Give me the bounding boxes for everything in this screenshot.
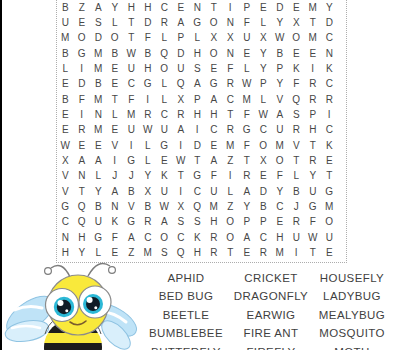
word-search-grid: BZAYHHCENTIPEDEMYUESLTDRAGONFLYXTDMODOTF… (57, 0, 338, 261)
grid-cell[interactable]: L (90, 169, 107, 184)
grid-cell[interactable]: I (222, 0, 239, 15)
grid-cell[interactable]: T (305, 246, 322, 261)
grid-cell[interactable]: R (305, 77, 322, 92)
grid-cell[interactable]: F (140, 31, 157, 46)
grid-cell[interactable]: T (321, 169, 338, 184)
grid-cell[interactable]: T (173, 169, 190, 184)
grid-cell[interactable]: R (206, 230, 223, 245)
grid-cell[interactable]: S (288, 107, 305, 122)
grid-cell[interactable]: T (288, 153, 305, 168)
grid-cell[interactable]: A (90, 0, 107, 15)
grid-cell[interactable]: M (206, 199, 223, 214)
grid-cell[interactable]: R (222, 77, 239, 92)
grid-cell[interactable]: Y (239, 199, 256, 214)
grid-cell[interactable]: S (189, 61, 206, 76)
grid-cell[interactable]: N (90, 107, 107, 122)
grid-cell[interactable]: O (74, 31, 91, 46)
grid-cell[interactable]: I (222, 169, 239, 184)
grid-cell[interactable]: H (206, 107, 223, 122)
grid-cell[interactable]: A (74, 153, 91, 168)
grid-cell[interactable]: V (107, 138, 124, 153)
grid-cell[interactable]: P (239, 215, 256, 230)
grid-cell[interactable]: N (189, 0, 206, 15)
grid-cell[interactable]: A (90, 153, 107, 168)
grid-cell[interactable]: L (255, 92, 272, 107)
grid-cell[interactable]: E (288, 46, 305, 61)
grid-cell[interactable]: U (57, 15, 74, 30)
grid-cell[interactable]: B (140, 46, 157, 61)
grid-cell[interactable]: H (189, 107, 206, 122)
grid-cell[interactable]: N (107, 199, 124, 214)
grid-cell[interactable]: T (74, 184, 91, 199)
grid-cell[interactable]: A (206, 153, 223, 168)
grid-cell[interactable]: X (222, 31, 239, 46)
grid-cell[interactable]: R (222, 123, 239, 138)
grid-cell[interactable]: R (239, 169, 256, 184)
grid-cell[interactable]: E (255, 169, 272, 184)
grid-cell[interactable]: L (288, 169, 305, 184)
grid-cell[interactable]: P (305, 107, 322, 122)
grid-cell[interactable]: B (288, 184, 305, 199)
grid-cell[interactable]: H (74, 230, 91, 245)
grid-cell[interactable]: W (272, 31, 289, 46)
grid-cell[interactable]: A (123, 230, 140, 245)
grid-cell[interactable]: B (255, 199, 272, 214)
grid-cell[interactable]: C (321, 31, 338, 46)
grid-cell[interactable]: R (305, 153, 322, 168)
grid-cell[interactable]: T (222, 107, 239, 122)
grid-cell[interactable]: Q (74, 215, 91, 230)
grid-cell[interactable]: P (255, 77, 272, 92)
grid-cell[interactable]: F (222, 61, 239, 76)
grid-cell[interactable]: T (189, 153, 206, 168)
grid-cell[interactable]: K (321, 138, 338, 153)
grid-cell[interactable]: O (255, 138, 272, 153)
grid-cell[interactable]: Y (321, 0, 338, 15)
grid-cell[interactable]: O (222, 230, 239, 245)
grid-cell[interactable]: L (140, 153, 157, 168)
grid-cell[interactable]: T (206, 0, 223, 15)
grid-cell[interactable]: J (107, 169, 124, 184)
grid-cell[interactable]: W (239, 77, 256, 92)
grid-cell[interactable]: B (57, 92, 74, 107)
grid-cell[interactable]: F (239, 107, 256, 122)
grid-cell[interactable]: E (272, 215, 289, 230)
grid-cell[interactable]: C (57, 215, 74, 230)
grid-cell[interactable]: B (123, 184, 140, 199)
grid-cell[interactable]: M (90, 61, 107, 76)
grid-cell[interactable]: Q (173, 77, 190, 92)
grid-cell[interactable]: M (272, 246, 289, 261)
grid-cell[interactable]: O (272, 153, 289, 168)
grid-cell[interactable]: G (74, 46, 91, 61)
grid-cell[interactable]: R (156, 15, 173, 30)
grid-cell[interactable]: H (140, 61, 157, 76)
grid-cell[interactable]: I (189, 123, 206, 138)
grid-cell[interactable]: C (321, 123, 338, 138)
grid-cell[interactable]: E (90, 138, 107, 153)
grid-cell[interactable]: E (239, 246, 256, 261)
grid-cell[interactable]: O (107, 31, 124, 46)
grid-cell[interactable]: C (140, 230, 157, 245)
grid-cell[interactable]: E (305, 46, 322, 61)
grid-cell[interactable]: M (123, 107, 140, 122)
grid-cell[interactable]: M (321, 199, 338, 214)
grid-cell[interactable]: N (74, 169, 91, 184)
grid-cell[interactable]: I (74, 107, 91, 122)
grid-cell[interactable]: K (288, 61, 305, 76)
grid-cell[interactable]: E (321, 153, 338, 168)
grid-cell[interactable]: Y (255, 46, 272, 61)
grid-cell[interactable]: E (321, 246, 338, 261)
grid-cell[interactable]: C (173, 230, 190, 245)
grid-cell[interactable]: K (189, 230, 206, 245)
grid-cell[interactable]: J (123, 169, 140, 184)
grid-cell[interactable]: M (222, 138, 239, 153)
grid-cell[interactable]: C (321, 77, 338, 92)
grid-cell[interactable]: S (173, 215, 190, 230)
grid-cell[interactable]: L (189, 31, 206, 46)
grid-cell[interactable]: E (74, 138, 91, 153)
grid-cell[interactable]: S (189, 215, 206, 230)
grid-cell[interactable]: O (156, 230, 173, 245)
grid-cell[interactable]: M (140, 246, 157, 261)
grid-cell[interactable]: A (173, 15, 190, 30)
grid-cell[interactable]: U (156, 123, 173, 138)
grid-cell[interactable]: U (173, 61, 190, 76)
grid-cell[interactable]: C (156, 107, 173, 122)
grid-cell[interactable]: U (288, 230, 305, 245)
grid-cell[interactable]: M (90, 123, 107, 138)
grid-cell[interactable]: O (156, 61, 173, 76)
grid-cell[interactable]: V (57, 169, 74, 184)
grid-cell[interactable]: R (173, 107, 190, 122)
grid-cell[interactable]: L (255, 15, 272, 30)
grid-cell[interactable]: U (156, 184, 173, 199)
grid-cell[interactable]: W (57, 138, 74, 153)
grid-cell[interactable]: A (239, 230, 256, 245)
grid-cell[interactable]: I (107, 153, 124, 168)
grid-cell[interactable]: W (123, 46, 140, 61)
grid-cell[interactable]: Z (222, 153, 239, 168)
grid-cell[interactable]: C (206, 123, 223, 138)
grid-cell[interactable]: F (305, 215, 322, 230)
grid-cell[interactable]: B (107, 46, 124, 61)
grid-cell[interactable]: D (90, 31, 107, 46)
grid-cell[interactable]: E (107, 123, 124, 138)
grid-cell[interactable]: M (305, 31, 322, 46)
grid-cell[interactable]: X (140, 184, 157, 199)
grid-cell[interactable]: K (321, 61, 338, 76)
grid-cell[interactable]: U (272, 123, 289, 138)
grid-cell[interactable]: A (173, 123, 190, 138)
grid-cell[interactable]: O (288, 31, 305, 46)
grid-cell[interactable]: L (57, 61, 74, 76)
grid-cell[interactable]: G (305, 199, 322, 214)
grid-cell[interactable]: U (239, 31, 256, 46)
grid-cell[interactable]: G (206, 77, 223, 92)
grid-cell[interactable]: C (189, 184, 206, 199)
grid-cell[interactable]: I (305, 61, 322, 76)
grid-cell[interactable]: X (255, 31, 272, 46)
grid-cell[interactable]: Y (272, 15, 289, 30)
grid-cell[interactable]: J (288, 199, 305, 214)
grid-cell[interactable]: U (123, 123, 140, 138)
grid-cell[interactable]: F (288, 77, 305, 92)
grid-cell[interactable]: U (123, 61, 140, 76)
grid-cell[interactable]: W (305, 230, 322, 245)
grid-cell[interactable]: C (272, 199, 289, 214)
grid-cell[interactable]: F (272, 169, 289, 184)
word-list-item[interactable]: MOTH (297, 343, 407, 350)
worksheet-page: BZAYHHCENTIPEDEMYUESLTDRAGONFLYXTDMODOTF… (0, 0, 412, 350)
grid-cell[interactable]: P (239, 0, 256, 15)
grid-cell[interactable]: C (222, 92, 239, 107)
grid-cell[interactable]: I (140, 92, 157, 107)
grid-cell[interactable]: H (140, 0, 157, 15)
grid-cell[interactable]: O (321, 215, 338, 230)
grid-cell[interactable]: Y (140, 169, 157, 184)
grid-cell[interactable]: O (206, 46, 223, 61)
grid-cell[interactable]: C (255, 123, 272, 138)
grid-cell[interactable]: S (90, 15, 107, 30)
grid-cell[interactable]: A (189, 77, 206, 92)
grid-cell[interactable]: X (206, 31, 223, 46)
grid-cell[interactable]: K (107, 215, 124, 230)
grid-cell[interactable]: D (321, 15, 338, 30)
grid-cell[interactable]: V (123, 199, 140, 214)
word-list-column-3: HOUSEFLYLADYBUGMEALYBUGMOSQUITOMOTH (297, 269, 407, 350)
grid-cell[interactable]: Y (305, 169, 322, 184)
grid-cell[interactable]: G (140, 77, 157, 92)
grid-cell[interactable]: D (140, 15, 157, 30)
grid-cell[interactable]: E (255, 0, 272, 15)
grid-cell[interactable]: E (107, 77, 124, 92)
grid-cell[interactable]: F (123, 92, 140, 107)
grid-cell[interactable]: C (123, 77, 140, 92)
grid-cell[interactable]: O (206, 15, 223, 30)
grid-cell[interactable]: H (123, 0, 140, 15)
grid-cell[interactable]: K (156, 169, 173, 184)
grid-cell[interactable]: G (239, 123, 256, 138)
grid-cell[interactable]: T (107, 92, 124, 107)
grid-cell[interactable]: T (305, 138, 322, 153)
grid-cell[interactable]: V (272, 92, 289, 107)
grid-cell[interactable]: I (123, 138, 140, 153)
grid-cell[interactable]: G (57, 199, 74, 214)
grid-cell[interactable]: X (173, 199, 190, 214)
grid-cell[interactable]: F (74, 92, 91, 107)
grid-cell[interactable]: M (272, 138, 289, 153)
grid-cell[interactable]: G (321, 184, 338, 199)
grid-cell[interactable]: H (189, 46, 206, 61)
grid-cell[interactable]: G (156, 138, 173, 153)
grid-cell[interactable]: Q (189, 199, 206, 214)
grid-cell[interactable]: Y (272, 77, 289, 92)
grid-cell[interactable]: R (140, 107, 157, 122)
grid-cell[interactable]: M (239, 92, 256, 107)
grid-cell[interactable]: E (156, 153, 173, 168)
grid-cell[interactable]: U (206, 184, 223, 199)
grid-cell[interactable]: X (255, 153, 272, 168)
grid-cell[interactable]: Q (156, 46, 173, 61)
grid-cell[interactable]: U (305, 184, 322, 199)
grid-cell[interactable]: R (321, 92, 338, 107)
grid-cell[interactable]: X (288, 15, 305, 30)
grid-cell[interactable]: M (57, 31, 74, 46)
grid-cell[interactable]: T (222, 246, 239, 261)
grid-cell[interactable]: C (156, 0, 173, 15)
grid-cell[interactable]: E (206, 61, 223, 76)
word-list-item[interactable]: MEALYBUG (297, 306, 407, 324)
grid-cell[interactable]: T (305, 15, 322, 30)
grid-cell[interactable]: Q (74, 199, 91, 214)
grid-cell[interactable]: I (288, 246, 305, 261)
grid-cell[interactable]: V (57, 184, 74, 199)
grid-cell[interactable]: A (107, 184, 124, 199)
grid-cell[interactable]: Y (255, 61, 272, 76)
grid-cell[interactable]: E (57, 123, 74, 138)
grid-cell[interactable]: M (90, 46, 107, 61)
grid-cell[interactable]: H (206, 215, 223, 230)
grid-cell[interactable]: L (156, 31, 173, 46)
grid-cell[interactable]: L (156, 77, 173, 92)
grid-cell[interactable]: P (189, 92, 206, 107)
grid-cell[interactable]: F (239, 15, 256, 30)
grid-cell[interactable]: F (206, 169, 223, 184)
grid-cell[interactable]: D (272, 0, 289, 15)
grid-cell[interactable]: E (74, 15, 91, 30)
grid-cell[interactable]: E (206, 138, 223, 153)
grid-cell[interactable]: Q (173, 246, 190, 261)
grid-cell[interactable]: R (140, 215, 157, 230)
grid-cell[interactable]: Z (222, 199, 239, 214)
grid-cell[interactable]: D (173, 46, 190, 61)
grid-cell[interactable]: S (156, 246, 173, 261)
grid-cell[interactable]: W (173, 153, 190, 168)
grid-cell[interactable]: G (189, 169, 206, 184)
grid-cell[interactable]: E (288, 0, 305, 15)
grid-cell[interactable]: D (255, 184, 272, 199)
grid-cell[interactable]: G (189, 15, 206, 30)
grid-cell[interactable]: P (255, 215, 272, 230)
grid-cell[interactable]: U (321, 230, 338, 245)
grid-cell[interactable]: A (156, 215, 173, 230)
grid-cell[interactable]: Y (90, 184, 107, 199)
grid-cell[interactable]: G (90, 230, 107, 245)
grid-cell[interactable]: D (74, 77, 91, 92)
grid-cell[interactable]: N (222, 15, 239, 30)
grid-cell[interactable]: O (222, 215, 239, 230)
grid-cell[interactable]: M (90, 92, 107, 107)
grid-cell[interactable]: B (57, 46, 74, 61)
grid-cell[interactable]: H (305, 123, 322, 138)
grid-cell[interactable]: G (123, 153, 140, 168)
grid-cell[interactable]: E (173, 0, 190, 15)
grid-cell[interactable]: E (239, 46, 256, 61)
grid-cell[interactable]: B (90, 199, 107, 214)
grid-cell[interactable]: X (57, 153, 74, 168)
grid-cell[interactable]: Y (107, 0, 124, 15)
grid-cell[interactable]: R (74, 123, 91, 138)
grid-cell[interactable]: A (206, 92, 223, 107)
word-search-grid-box: BZAYHHCENTIPEDEMYUESLTDRAGONFLYXTDMODOTF… (56, 0, 347, 263)
grid-cell[interactable]: P (272, 61, 289, 76)
grid-cell[interactable]: B (90, 77, 107, 92)
grid-cell[interactable]: T (123, 15, 140, 30)
grid-cell[interactable]: W (156, 199, 173, 214)
grid-cell[interactable]: L (239, 61, 256, 76)
grid-cell[interactable]: F (107, 230, 124, 245)
grid-cell[interactable]: L (140, 138, 157, 153)
word-list: APHIDBED BUGBEETLEBUMBLEBEEBUTTERFLY CRI… (0, 269, 412, 350)
grid-cell[interactable]: L (222, 184, 239, 199)
grid-cell[interactable]: E (107, 61, 124, 76)
grid-cell[interactable]: I (321, 107, 338, 122)
grid-cell[interactable]: L (107, 107, 124, 122)
grid-cell[interactable]: N (321, 46, 338, 61)
grid-cell[interactable]: D (189, 138, 206, 153)
grid-cell[interactable]: R (288, 123, 305, 138)
grid-cell[interactable]: L (156, 92, 173, 107)
word-list-item[interactable]: MOSQUITO (297, 324, 407, 342)
grid-cell[interactable]: C (255, 230, 272, 245)
grid-cell[interactable]: I (173, 138, 190, 153)
grid-cell[interactable]: H (189, 246, 206, 261)
grid-cell[interactable]: B (57, 0, 74, 15)
grid-cell[interactable]: R (255, 246, 272, 261)
grid-cell[interactable]: I (173, 184, 190, 199)
grid-cell[interactable]: F (239, 138, 256, 153)
grid-cell[interactable]: R (206, 246, 223, 261)
grid-cell[interactable]: T (239, 153, 256, 168)
grid-cell[interactable]: R (305, 92, 322, 107)
grid-cell[interactable]: E (57, 77, 74, 92)
grid-cell[interactable]: R (288, 215, 305, 230)
grid-cell[interactable]: V (288, 138, 305, 153)
grid-cell[interactable]: Y (272, 184, 289, 199)
word-list-item[interactable]: LADYBUG (297, 287, 407, 305)
grid-cell[interactable]: M (305, 0, 322, 15)
grid-cell[interactable]: P (173, 31, 190, 46)
grid-cell[interactable]: Q (288, 92, 305, 107)
grid-cell[interactable]: X (173, 92, 190, 107)
grid-cell[interactable]: N (57, 230, 74, 245)
grid-cell[interactable]: G (123, 215, 140, 230)
grid-cell[interactable]: E (57, 107, 74, 122)
grid-cell[interactable]: Z (74, 0, 91, 15)
grid-cell[interactable]: B (272, 46, 289, 61)
grid-cell[interactable]: B (140, 199, 157, 214)
grid-cell[interactable]: T (123, 31, 140, 46)
word-list-item[interactable]: HOUSEFLY (297, 269, 407, 287)
grid-cell[interactable]: N (222, 46, 239, 61)
grid-cell[interactable]: H (272, 230, 289, 245)
grid-cell[interactable]: W (140, 123, 157, 138)
grid-cell[interactable]: I (74, 61, 91, 76)
grid-cell[interactable]: A (272, 107, 289, 122)
grid-cell[interactable]: W (255, 107, 272, 122)
grid-cell[interactable]: U (90, 215, 107, 230)
grid-cell[interactable]: A (239, 184, 256, 199)
grid-cell[interactable]: L (107, 15, 124, 30)
